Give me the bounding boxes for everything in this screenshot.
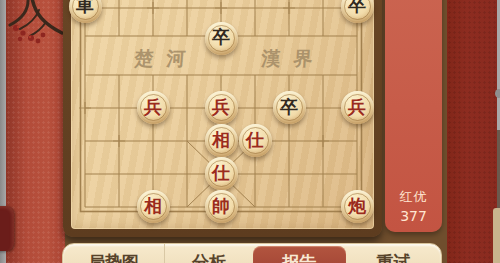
piece-black-車[interactable]: 車 (69, 0, 102, 23)
piece-grid: 車卒卒兵兵卒兵相仕仕相帥炮 (68, 0, 374, 223)
edge-knob (495, 89, 500, 98)
piece-red-仕[interactable]: 仕 (205, 157, 238, 190)
background-wall-right (447, 0, 497, 263)
piece-red-兵[interactable]: 兵 (137, 91, 170, 124)
left-edge-panel (0, 206, 14, 251)
piece-black-卒[interactable]: 卒 (273, 91, 306, 124)
plum-branch-decoration (6, 0, 64, 55)
piece-red-相[interactable]: 相 (205, 124, 238, 157)
tab-situation-map[interactable]: 局势图 (63, 244, 164, 263)
piece-red-兵[interactable]: 兵 (341, 91, 374, 124)
evaluation-score: 377 (385, 208, 442, 224)
piece-red-兵[interactable]: 兵 (205, 91, 238, 124)
tab-report[interactable]: 报告 (253, 246, 346, 263)
xiangqi-app-screen: 楚河 漢界 車卒卒兵兵卒兵相仕仕相帥炮 红优 377 局势图 分析 报告 重试 (0, 0, 500, 263)
evaluation-label: 红优 (385, 188, 442, 206)
tab-retry[interactable]: 重试 (346, 244, 441, 263)
piece-black-卒[interactable]: 卒 (205, 22, 238, 55)
piece-red-帥[interactable]: 帥 (205, 190, 238, 223)
piece-red-仕[interactable]: 仕 (239, 124, 272, 157)
tab-analysis[interactable]: 分析 (164, 244, 253, 263)
bottom-tab-bar: 局势图 分析 报告 重试 (62, 243, 442, 263)
evaluation-panel: 红优 377 (385, 0, 442, 232)
piece-red-炮[interactable]: 炮 (341, 190, 374, 223)
screen-edge-right-bottom (493, 208, 500, 263)
piece-black-卒[interactable]: 卒 (341, 0, 374, 23)
piece-red-相[interactable]: 相 (137, 190, 170, 223)
